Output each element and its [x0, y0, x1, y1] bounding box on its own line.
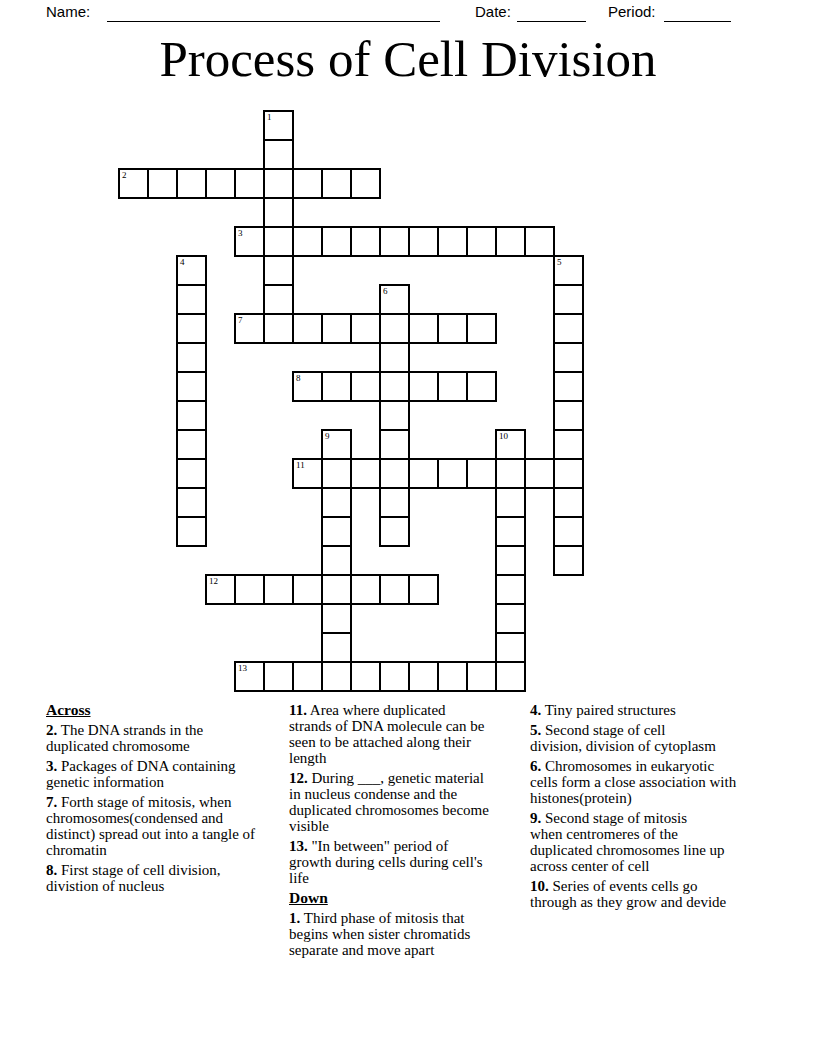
- cell-r7c4[interactable]: 7: [234, 313, 265, 344]
- cell-r2c6[interactable]: [292, 168, 323, 199]
- clue-6: 6. Chromosomes in eukaryotic cells form …: [530, 758, 782, 806]
- clue-text: Third phase of mitosis that begins when …: [289, 910, 470, 958]
- cell-r2c8[interactable]: [350, 168, 381, 199]
- cell-r10c9[interactable]: [379, 400, 410, 431]
- cell-r2c2[interactable]: [176, 168, 207, 199]
- cell-r13c13[interactable]: [495, 487, 526, 518]
- cell-r19c7[interactable]: [321, 661, 352, 692]
- cell-r14c7[interactable]: [321, 516, 352, 547]
- cell-r16c5[interactable]: [263, 574, 294, 605]
- cell-r16c3[interactable]: 12: [205, 574, 236, 605]
- cell-r7c6[interactable]: [292, 313, 323, 344]
- clue-number: 12.: [289, 770, 308, 786]
- cell-r14c15[interactable]: [553, 516, 584, 547]
- clue-8: 8. First stage of cell division, divisti…: [46, 862, 298, 894]
- clue-3: 3. Packages of DNA containing genetic in…: [46, 758, 298, 790]
- clue-number: 5.: [530, 722, 541, 738]
- clue-column-1: Across2. The DNA strands in the duplicat…: [46, 702, 298, 898]
- cell-r16c4[interactable]: [234, 574, 265, 605]
- cell-r17c7[interactable]: [321, 603, 352, 634]
- cell-r19c9[interactable]: [379, 661, 410, 692]
- period-blank[interactable]: [664, 4, 731, 22]
- clue-number: 8.: [46, 862, 57, 878]
- clue-number: 1.: [289, 910, 300, 926]
- cell-r6c15[interactable]: [553, 284, 584, 315]
- cell-r10c15[interactable]: [553, 400, 584, 431]
- cell-number-7: 7: [238, 315, 243, 325]
- cell-number-11: 11: [296, 460, 305, 470]
- clue-number: 7.: [46, 794, 57, 810]
- clue-number: 10.: [530, 878, 549, 894]
- cell-r16c7[interactable]: [321, 574, 352, 605]
- clue-2: 2. The DNA strands in the duplicated chr…: [46, 722, 298, 754]
- cell-r11c2[interactable]: [176, 429, 207, 460]
- cell-r5c2[interactable]: 4: [176, 255, 207, 286]
- clue-text: During ___, genetic material in nucleus …: [289, 770, 489, 834]
- cell-r2c3[interactable]: [205, 168, 236, 199]
- clue-text: Second stage of cell division, division …: [530, 722, 716, 754]
- cell-r7c15[interactable]: [553, 313, 584, 344]
- cell-r2c0[interactable]: 2: [118, 168, 149, 199]
- cell-number-1: 1: [267, 112, 272, 122]
- cell-r14c2[interactable]: [176, 516, 207, 547]
- cell-r12c7[interactable]: [321, 458, 352, 489]
- cell-r14c9[interactable]: [379, 516, 410, 547]
- clue-number: 3.: [46, 758, 57, 774]
- cell-r12c8[interactable]: [350, 458, 381, 489]
- cell-r19c5[interactable]: [263, 661, 294, 692]
- cell-r13c2[interactable]: [176, 487, 207, 518]
- date-label: Date:: [475, 3, 511, 21]
- cell-r12c14[interactable]: [524, 458, 555, 489]
- cell-r9c15[interactable]: [553, 371, 584, 402]
- clue-text: Chromosomes in eukaryotic cells form a c…: [530, 758, 736, 806]
- clue-number: 6.: [530, 758, 541, 774]
- cell-r2c1[interactable]: [147, 168, 178, 199]
- cell-r9c6[interactable]: 8: [292, 371, 323, 402]
- cell-r13c9[interactable]: [379, 487, 410, 518]
- clue-number: 9.: [530, 810, 541, 826]
- cell-r9c9[interactable]: [379, 371, 410, 402]
- cell-r15c13[interactable]: [495, 545, 526, 576]
- clue-column-3: 4. Tiny paired structures5. Second stage…: [530, 702, 782, 914]
- cell-r11c9[interactable]: [379, 429, 410, 460]
- cell-r13c7[interactable]: [321, 487, 352, 518]
- cell-r7c9[interactable]: [379, 313, 410, 344]
- worksheet-page: Name: Date: Period: Process of Cell Divi…: [0, 0, 816, 1056]
- cell-r13c15[interactable]: [553, 487, 584, 518]
- cell-r9c11[interactable]: [437, 371, 468, 402]
- clue-10: 10. Series of events cells go through as…: [530, 878, 782, 910]
- clue-text: Tiny paired structures: [541, 702, 676, 718]
- cell-r12c6[interactable]: 11: [292, 458, 323, 489]
- clue-4: 4. Tiny paired structures: [530, 702, 782, 718]
- clue-5: 5. Second stage of cell division, divisi…: [530, 722, 782, 754]
- cell-r1c5[interactable]: [263, 139, 294, 170]
- clue-text: Forth stage of mitosis, when chromosomes…: [46, 794, 255, 858]
- cell-r9c12[interactable]: [466, 371, 497, 402]
- cell-r15c7[interactable]: [321, 545, 352, 576]
- cell-r4c10[interactable]: [408, 226, 439, 257]
- cell-r19c10[interactable]: [408, 661, 439, 692]
- cell-r8c15[interactable]: [553, 342, 584, 373]
- cell-r16c13[interactable]: [495, 574, 526, 605]
- cell-r4c6[interactable]: [292, 226, 323, 257]
- cell-number-9: 9: [325, 431, 330, 441]
- clue-column-2: 11. Area where duplicated strands of DNA…: [289, 702, 531, 962]
- cell-r7c8[interactable]: [350, 313, 381, 344]
- cell-r5c5[interactable]: [263, 255, 294, 286]
- cell-number-10: 10: [499, 431, 508, 441]
- clue-number: 2.: [46, 722, 57, 738]
- cell-r11c13[interactable]: 10: [495, 429, 526, 460]
- cell-r10c2[interactable]: [176, 400, 207, 431]
- name-label: Name:: [46, 3, 90, 21]
- cell-r7c10[interactable]: [408, 313, 439, 344]
- clue-7: 7. Forth stage of mitosis, when chromoso…: [46, 794, 298, 858]
- cell-r19c12[interactable]: [466, 661, 497, 692]
- cell-r4c9[interactable]: [379, 226, 410, 257]
- cell-r12c9[interactable]: [379, 458, 410, 489]
- cell-number-2: 2: [122, 170, 127, 180]
- cell-r12c11[interactable]: [437, 458, 468, 489]
- clue-number: 13.: [289, 838, 308, 854]
- cell-r2c5[interactable]: [263, 168, 294, 199]
- cell-number-13: 13: [238, 663, 247, 673]
- cell-number-5: 5: [557, 257, 562, 267]
- cell-r16c6[interactable]: [292, 574, 323, 605]
- clue-heading-across: Across: [46, 702, 298, 718]
- cell-r4c7[interactable]: [321, 226, 352, 257]
- cell-r7c5[interactable]: [263, 313, 294, 344]
- cell-r14c13[interactable]: [495, 516, 526, 547]
- clue-13: 13. "In between" period of growth during…: [289, 838, 531, 886]
- cell-r18c7[interactable]: [321, 632, 352, 663]
- cell-r15c15[interactable]: [553, 545, 584, 576]
- cell-r7c7[interactable]: [321, 313, 352, 344]
- cell-r9c8[interactable]: [350, 371, 381, 402]
- cell-r8c9[interactable]: [379, 342, 410, 373]
- cell-number-12: 12: [209, 576, 218, 586]
- cell-r12c12[interactable]: [466, 458, 497, 489]
- clue-9: 9. Second stage of mitosis when centrome…: [530, 810, 782, 874]
- clue-11: 11. Area where duplicated strands of DNA…: [289, 702, 531, 766]
- cell-r4c5[interactable]: [263, 226, 294, 257]
- date-blank[interactable]: [517, 4, 586, 22]
- cell-r19c6[interactable]: [292, 661, 323, 692]
- clue-number: 11.: [289, 702, 307, 718]
- clue-text: Area where duplicated strands of DNA mol…: [289, 702, 484, 766]
- cell-r19c4[interactable]: 13: [234, 661, 265, 692]
- cell-number-8: 8: [296, 373, 301, 383]
- period-label: Period:: [608, 3, 656, 21]
- cell-r19c8[interactable]: [350, 661, 381, 692]
- cell-r9c7[interactable]: [321, 371, 352, 402]
- cell-r19c11[interactable]: [437, 661, 468, 692]
- cell-r4c8[interactable]: [350, 226, 381, 257]
- cell-r0c5[interactable]: 1: [263, 110, 294, 141]
- cell-r17c13[interactable]: [495, 603, 526, 634]
- cell-r4c4[interactable]: 3: [234, 226, 265, 257]
- clue-text: Series of events cells go through as the…: [530, 878, 726, 910]
- cell-number-4: 4: [180, 257, 185, 267]
- cell-r16c9[interactable]: [379, 574, 410, 605]
- cell-number-3: 3: [238, 228, 243, 238]
- clue-12: 12. During ___, genetic material in nucl…: [289, 770, 531, 834]
- cell-r11c15[interactable]: [553, 429, 584, 460]
- cell-r6c2[interactable]: [176, 284, 207, 315]
- cell-r3c5[interactable]: [263, 197, 294, 228]
- cell-r8c2[interactable]: [176, 342, 207, 373]
- cell-r11c7[interactable]: 9: [321, 429, 352, 460]
- clue-text: Second stage of mitosis when centromeres…: [530, 810, 725, 874]
- clue-1: 1. Third phase of mitosis that begins wh…: [289, 910, 531, 958]
- crossword-grid: 12345678910111213: [118, 110, 584, 692]
- cell-r9c2[interactable]: [176, 371, 207, 402]
- cell-r12c15[interactable]: [553, 458, 584, 489]
- cell-r18c13[interactable]: [495, 632, 526, 663]
- cell-r12c13[interactable]: [495, 458, 526, 489]
- page-title: Process of Cell Division: [0, 33, 816, 86]
- cell-r6c5[interactable]: [263, 284, 294, 315]
- cell-r16c10[interactable]: [408, 574, 439, 605]
- cell-r4c13[interactable]: [495, 226, 526, 257]
- cell-r7c12[interactable]: [466, 313, 497, 344]
- cell-r4c12[interactable]: [466, 226, 497, 257]
- clue-text: "In between" period of growth during cel…: [289, 838, 483, 886]
- cell-r4c14[interactable]: [524, 226, 555, 257]
- cell-r19c13[interactable]: [495, 661, 526, 692]
- clue-text: First stage of cell division, divistion …: [46, 862, 221, 894]
- clue-text: The DNA strands in the duplicated chromo…: [46, 722, 203, 754]
- cell-r16c8[interactable]: [350, 574, 381, 605]
- cell-r7c2[interactable]: [176, 313, 207, 344]
- name-blank[interactable]: [107, 4, 440, 22]
- cell-r4c11[interactable]: [437, 226, 468, 257]
- cell-r6c9[interactable]: 6: [379, 284, 410, 315]
- cell-r9c10[interactable]: [408, 371, 439, 402]
- cell-r5c15[interactable]: 5: [553, 255, 584, 286]
- clue-number: 4.: [530, 702, 541, 718]
- cell-r12c2[interactable]: [176, 458, 207, 489]
- cell-number-6: 6: [383, 286, 388, 296]
- clue-text: Packages of DNA containing genetic infor…: [46, 758, 236, 790]
- clue-heading-down: Down: [289, 890, 531, 906]
- cell-r12c10[interactable]: [408, 458, 439, 489]
- cell-r7c11[interactable]: [437, 313, 468, 344]
- cell-r2c4[interactable]: [234, 168, 265, 199]
- cell-r2c7[interactable]: [321, 168, 352, 199]
